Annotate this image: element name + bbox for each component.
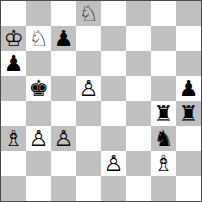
square-a2[interactable] xyxy=(1,151,26,176)
square-e1[interactable] xyxy=(101,176,126,201)
square-c3[interactable]: ♙ xyxy=(51,126,76,151)
square-d6[interactable] xyxy=(76,51,101,76)
square-g2[interactable]: ♗ xyxy=(151,151,176,176)
piece-black-rook-h4[interactable]: ♜ xyxy=(179,101,199,126)
square-b1[interactable] xyxy=(26,176,51,201)
square-b2[interactable] xyxy=(26,151,51,176)
square-b8[interactable] xyxy=(26,1,51,26)
square-h5[interactable]: ♟ xyxy=(176,76,201,101)
square-c5[interactable] xyxy=(51,76,76,101)
square-f5[interactable] xyxy=(126,76,151,101)
piece-white-bishop-g2[interactable]: ♗ xyxy=(154,151,174,176)
square-e7[interactable] xyxy=(101,26,126,51)
square-h1[interactable] xyxy=(176,176,201,201)
square-b5[interactable]: ♚ xyxy=(26,76,51,101)
square-e8[interactable] xyxy=(101,1,126,26)
square-d3[interactable] xyxy=(76,126,101,151)
square-d2[interactable] xyxy=(76,151,101,176)
square-f4[interactable] xyxy=(126,101,151,126)
square-a7[interactable]: ♔ xyxy=(1,26,26,51)
square-c1[interactable] xyxy=(51,176,76,201)
square-h3[interactable] xyxy=(176,126,201,151)
piece-black-pawn-a6[interactable]: ♟ xyxy=(4,51,24,76)
piece-white-pawn-b3[interactable]: ♙ xyxy=(29,126,49,151)
square-c8[interactable] xyxy=(51,1,76,26)
chess-diagram: ♘♔♘♟♟♚♙♟♜♜♗♙♙♞♙♗ xyxy=(0,0,202,202)
square-b3[interactable]: ♙ xyxy=(26,126,51,151)
square-c4[interactable] xyxy=(51,101,76,126)
piece-black-knight-g3[interactable]: ♞ xyxy=(154,126,174,151)
square-e3[interactable] xyxy=(101,126,126,151)
square-h6[interactable] xyxy=(176,51,201,76)
square-a8[interactable] xyxy=(1,1,26,26)
square-c7[interactable]: ♟ xyxy=(51,26,76,51)
square-d5[interactable]: ♙ xyxy=(76,76,101,101)
square-f7[interactable] xyxy=(126,26,151,51)
piece-white-pawn-d5[interactable]: ♙ xyxy=(79,76,99,101)
square-g1[interactable] xyxy=(151,176,176,201)
square-a4[interactable] xyxy=(1,101,26,126)
square-b6[interactable] xyxy=(26,51,51,76)
square-b7[interactable]: ♘ xyxy=(26,26,51,51)
piece-black-rook-g4[interactable]: ♜ xyxy=(154,101,174,126)
chess-board: ♘♔♘♟♟♚♙♟♜♜♗♙♙♞♙♗ xyxy=(0,0,202,202)
square-g8[interactable] xyxy=(151,1,176,26)
square-e5[interactable] xyxy=(101,76,126,101)
square-d7[interactable] xyxy=(76,26,101,51)
square-c2[interactable] xyxy=(51,151,76,176)
square-g5[interactable] xyxy=(151,76,176,101)
piece-black-pawn-h5[interactable]: ♟ xyxy=(179,76,199,101)
piece-white-knight-d8[interactable]: ♘ xyxy=(79,1,99,26)
square-f6[interactable] xyxy=(126,51,151,76)
square-e2[interactable]: ♙ xyxy=(101,151,126,176)
square-h2[interactable] xyxy=(176,151,201,176)
square-a6[interactable]: ♟ xyxy=(1,51,26,76)
square-e4[interactable] xyxy=(101,101,126,126)
square-f2[interactable] xyxy=(126,151,151,176)
piece-black-pawn-c7[interactable]: ♟ xyxy=(54,26,74,51)
square-d4[interactable] xyxy=(76,101,101,126)
square-b4[interactable] xyxy=(26,101,51,126)
square-h8[interactable] xyxy=(176,1,201,26)
square-f3[interactable] xyxy=(126,126,151,151)
square-g6[interactable] xyxy=(151,51,176,76)
square-c6[interactable] xyxy=(51,51,76,76)
square-a1[interactable] xyxy=(1,176,26,201)
square-f8[interactable] xyxy=(126,1,151,26)
piece-white-bishop-a3[interactable]: ♗ xyxy=(4,126,24,151)
square-g4[interactable]: ♜ xyxy=(151,101,176,126)
square-e6[interactable] xyxy=(101,51,126,76)
square-h4[interactable]: ♜ xyxy=(176,101,201,126)
square-f1[interactable] xyxy=(126,176,151,201)
square-g3[interactable]: ♞ xyxy=(151,126,176,151)
square-g7[interactable] xyxy=(151,26,176,51)
piece-white-pawn-c3[interactable]: ♙ xyxy=(54,126,74,151)
square-a3[interactable]: ♗ xyxy=(1,126,26,151)
square-a5[interactable] xyxy=(1,76,26,101)
square-h7[interactable] xyxy=(176,26,201,51)
square-d8[interactable]: ♘ xyxy=(76,1,101,26)
piece-black-king-b5[interactable]: ♚ xyxy=(29,76,49,101)
piece-white-pawn-e2[interactable]: ♙ xyxy=(104,151,124,176)
piece-white-knight-b7[interactable]: ♘ xyxy=(29,26,49,51)
square-d1[interactable] xyxy=(76,176,101,201)
piece-white-king-a7[interactable]: ♔ xyxy=(4,26,24,51)
